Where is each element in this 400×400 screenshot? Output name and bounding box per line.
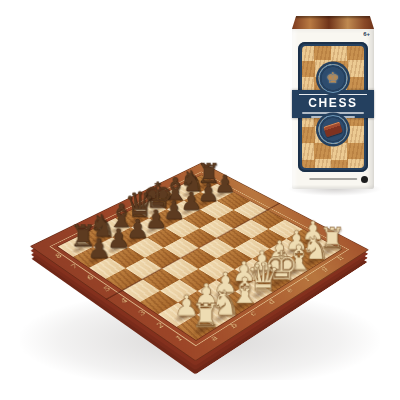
footer-microtext (309, 178, 357, 180)
publisher-logo-icon (361, 176, 368, 183)
rank-label-7: 7 (68, 263, 79, 270)
file-label-d: d (265, 298, 277, 305)
file-label-h: h (334, 255, 346, 262)
box-front-face: 6+ ♚ CHESS (292, 29, 374, 189)
subtitle-microtext (302, 112, 364, 114)
white-rook-a1: ♜ (190, 299, 220, 333)
folded-board-medallion (319, 115, 348, 144)
rank-label-2: 2 (153, 322, 165, 330)
king-piece-icon: ♚ (326, 71, 339, 86)
rank-label-8: 8 (52, 253, 63, 260)
age-badge: 6+ (363, 31, 370, 37)
board-border: ♜♞♝♛♚♝♞♜♟♟♟♟♟♟♟♟♟♟♟♟♟♟♟♟♜♞♝♛♚♝♞♜ abcdefg… (30, 163, 369, 362)
file-label-c: c (246, 310, 258, 317)
product-photo: ♜♞♝♛♚♝♞♜♟♟♟♟♟♟♟♟♟♟♟♟♟♟♟♟♜♞♝♛♚♝♞♜ abcdefg… (0, 0, 400, 400)
box-title: CHESS (292, 96, 374, 110)
black-pawn-a7: ♟ (87, 236, 111, 263)
rank-label-4: 4 (117, 297, 129, 304)
chess-board: ♜♞♝♛♚♝♞♜♟♟♟♟♟♟♟♟♟♟♟♟♟♟♟♟♜♞♝♛♚♝♞♜ abcdefg… (30, 163, 369, 362)
folded-board-icon (323, 122, 343, 138)
file-label-b: b (227, 322, 239, 330)
king-medallion: ♚ (319, 64, 348, 93)
file-label-f: f (301, 276, 311, 282)
rank-label-1: 1 (172, 334, 184, 342)
file-label-g: g (317, 265, 329, 272)
file-label-a: a (207, 334, 219, 342)
rank-label-3: 3 (135, 309, 147, 317)
retail-box: 6+ ♚ CHESS (292, 16, 374, 189)
title-band: CHESS (292, 90, 374, 118)
rank-label-6: 6 (84, 274, 95, 281)
chess-board-squares: ♜♞♝♛♚♝♞♜♟♟♟♟♟♟♟♟♟♟♟♟♟♟♟♟♜♞♝♛♚♝♞♜ (58, 175, 341, 340)
band-rule (299, 94, 368, 95)
file-label-e: e (283, 287, 295, 294)
box-top-flap (292, 16, 374, 29)
rank-label-5: 5 (100, 285, 111, 292)
